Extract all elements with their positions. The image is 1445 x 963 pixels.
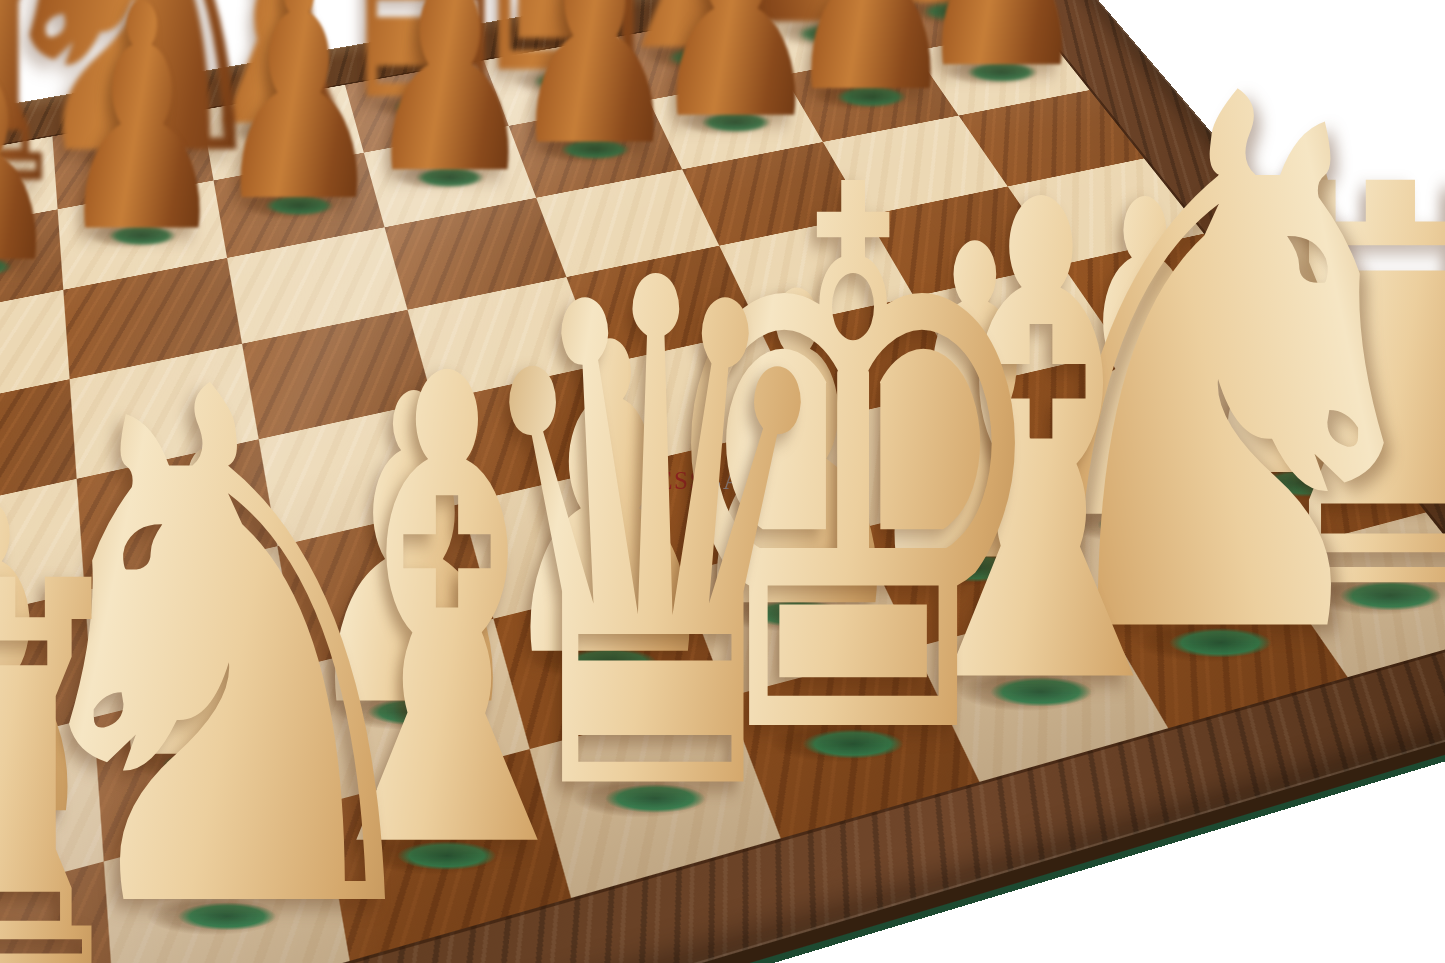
registered-trademark-symbol: ® xyxy=(817,468,827,483)
brand-watermark: CHESSBAZAAR® xyxy=(620,467,827,495)
product-photo-stage: ♜♞♝♛♚♝♞♜♟♟♟♟♟♟♟♟♟♟♟♟♟♟♟♟♜♞♝♛♚♝♞♜ CHESSBA… xyxy=(0,0,1445,963)
watermark-bazaar-text: BAZAAR xyxy=(705,467,817,494)
watermark-chess-text: CHESS xyxy=(620,467,705,494)
